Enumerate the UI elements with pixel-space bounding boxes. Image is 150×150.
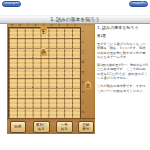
rank-label: 一 — [81, 27, 85, 37]
rank-label: 六 — [81, 77, 85, 87]
lesson-paragraph: 第1図は後手玉が5一、先手の歩が5三にある場面です。ここで持ち駒の金を5二に打て… — [97, 63, 148, 80]
rank-label: 七 — [81, 87, 85, 97]
hoshi-dot — [32, 87, 34, 89]
rank-label: 五 — [81, 67, 85, 77]
hoshi-dot — [56, 87, 58, 89]
rank-label: 九 — [81, 107, 85, 117]
app-window: { "game": "shogi", "position": { "sfen":… — [0, 0, 150, 150]
shogi-board-area: 987654321 一二三四五六七八九 玉歩 金 対局 最初に 戻る 一手 戻る… — [7, 24, 95, 134]
figure-label: 第1図 — [97, 34, 148, 38]
undo-move-button[interactable]: 一手 戻る — [56, 121, 73, 133]
hoshi-dot — [56, 57, 58, 59]
page-title: 1. 詰みの基本を知ろう — [50, 17, 100, 22]
back-to-start-button[interactable]: 最初に 戻る — [33, 121, 50, 133]
play-button[interactable]: 対局 — [10, 121, 27, 133]
shogi-board[interactable] — [8, 27, 81, 119]
lesson-paragraph: これが詰みの基本形です。まずはこのページの図を見てください。 — [97, 84, 148, 93]
help-button[interactable]: ヘルプ — [129, 1, 148, 7]
rank-label: 八 — [81, 97, 85, 107]
rank-label: 三 — [81, 47, 85, 57]
rank-label: 二 — [81, 37, 85, 47]
show-answer-button[interactable]: 正解 表示 — [78, 121, 95, 133]
menu-button[interactable]: メニュー — [2, 1, 21, 7]
rank-labels: 一二三四五六七八九 — [81, 27, 85, 117]
hoshi-dot — [32, 57, 34, 59]
hand-piece-金[interactable]: 金 — [85, 81, 92, 90]
lesson-panel: 1. 詰みの基本を知ろう 第1図 玉がどこにも逃げられなくなった状態を「詰み」と… — [97, 25, 148, 97]
rank-label: 四 — [81, 57, 85, 67]
lesson-paragraph: 玉がどこにも逃げられなくなった状態を「詰み」といいます。将棋は相手の玉を先に詰ま… — [97, 42, 148, 59]
lesson-heading: 1. 詰みの基本を知ろう — [97, 25, 148, 30]
bottom-toolbar: 対局 最初に 戻る 一手 戻る 正解 表示 — [7, 118, 95, 135]
